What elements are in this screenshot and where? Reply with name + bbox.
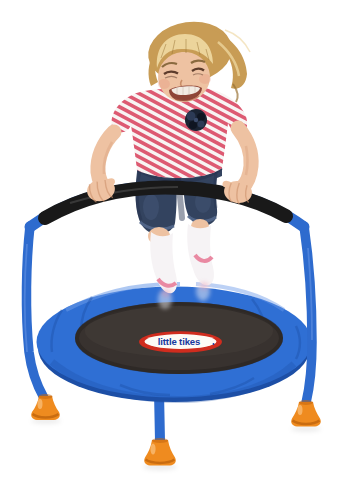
registered-mark [213, 343, 215, 345]
product-photo: little tikes [0, 0, 352, 490]
flower-accent [185, 109, 207, 131]
scene-illustration: little tikes [0, 0, 352, 490]
logo-text: little tikes [158, 336, 200, 347]
left-cheek [158, 79, 170, 89]
right-cheek [199, 74, 211, 84]
brand-logo: little tikes [139, 331, 222, 353]
